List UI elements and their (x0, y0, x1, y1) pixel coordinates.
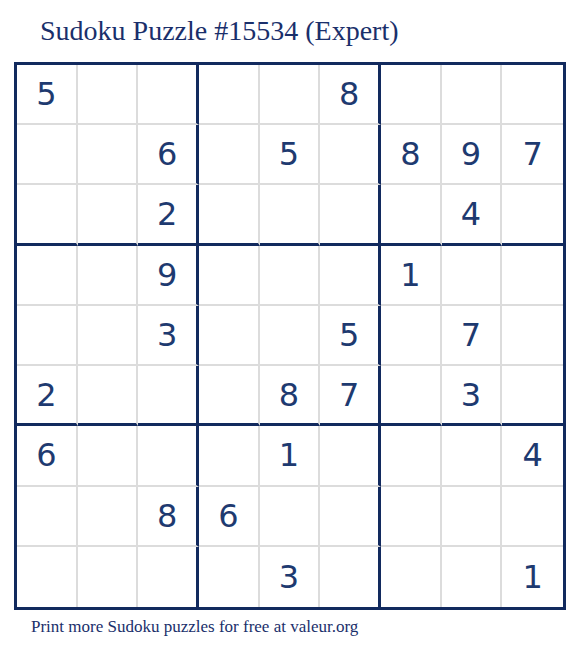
sudoku-cell-r3c8-given[interactable]: 4 (442, 185, 503, 245)
sudoku-cell-r8c9[interactable] (502, 487, 563, 547)
sudoku-cell-r3c6[interactable] (320, 185, 381, 245)
sudoku-cell-r4c5[interactable] (260, 246, 321, 306)
sudoku-cell-r9c1[interactable] (17, 547, 78, 607)
sudoku-cell-r2c4[interactable] (199, 125, 260, 185)
sudoku-cell-r3c3-given[interactable]: 2 (138, 185, 199, 245)
sudoku-board: 5865897249135728736148631 (14, 62, 566, 610)
sudoku-cell-r6c4[interactable] (199, 366, 260, 426)
sudoku-cell-r7c1-given[interactable]: 6 (17, 426, 78, 486)
sudoku-cell-r5c4[interactable] (199, 306, 260, 366)
sudoku-cell-r7c5-given[interactable]: 1 (260, 426, 321, 486)
sudoku-cell-r7c3[interactable] (138, 426, 199, 486)
sudoku-cell-r4c3-given[interactable]: 9 (138, 246, 199, 306)
sudoku-cell-r4c4[interactable] (199, 246, 260, 306)
sudoku-cell-r9c8[interactable] (442, 547, 503, 607)
sudoku-cell-r5c9[interactable] (502, 306, 563, 366)
sudoku-cell-r1c1-given[interactable]: 5 (17, 65, 78, 125)
sudoku-cell-r9c6[interactable] (320, 547, 381, 607)
sudoku-cell-r1c4[interactable] (199, 65, 260, 125)
sudoku-cell-r9c5-given[interactable]: 3 (260, 547, 321, 607)
sudoku-cell-r8c5[interactable] (260, 487, 321, 547)
sudoku-cell-r8c4-given[interactable]: 6 (199, 487, 260, 547)
sudoku-cell-r4c1[interactable] (17, 246, 78, 306)
sudoku-cell-r7c8[interactable] (442, 426, 503, 486)
sudoku-cell-r2c2[interactable] (78, 125, 139, 185)
sudoku-cell-r2c1[interactable] (17, 125, 78, 185)
sudoku-cell-r7c6[interactable] (320, 426, 381, 486)
sudoku-cell-r7c4[interactable] (199, 426, 260, 486)
sudoku-cell-r8c1[interactable] (17, 487, 78, 547)
sudoku-cell-r8c2[interactable] (78, 487, 139, 547)
sudoku-cell-r2c5-given[interactable]: 5 (260, 125, 321, 185)
sudoku-cell-r6c1-given[interactable]: 2 (17, 366, 78, 426)
sudoku-cell-r9c7[interactable] (381, 547, 442, 607)
sudoku-cell-r5c2[interactable] (78, 306, 139, 366)
sudoku-cell-r8c8[interactable] (442, 487, 503, 547)
sudoku-cell-r2c3-given[interactable]: 6 (138, 125, 199, 185)
sudoku-cell-r9c2[interactable] (78, 547, 139, 607)
sudoku-cell-r6c6-given[interactable]: 7 (320, 366, 381, 426)
sudoku-cell-r1c5[interactable] (260, 65, 321, 125)
sudoku-cell-r3c1[interactable] (17, 185, 78, 245)
sudoku-cell-r4c7-given[interactable]: 1 (381, 246, 442, 306)
sudoku-cell-r6c8-given[interactable]: 3 (442, 366, 503, 426)
sudoku-cell-r5c6-given[interactable]: 5 (320, 306, 381, 366)
sudoku-cell-r1c2[interactable] (78, 65, 139, 125)
sudoku-cell-r1c7[interactable] (381, 65, 442, 125)
sudoku-cell-r3c9[interactable] (502, 185, 563, 245)
sudoku-cell-r5c5[interactable] (260, 306, 321, 366)
sudoku-cell-r3c4[interactable] (199, 185, 260, 245)
sudoku-cell-r9c9-given[interactable]: 1 (502, 547, 563, 607)
sudoku-cell-r5c1[interactable] (17, 306, 78, 366)
sudoku-cell-r7c2[interactable] (78, 426, 139, 486)
sudoku-cell-r4c9[interactable] (502, 246, 563, 306)
sudoku-cell-r1c8[interactable] (442, 65, 503, 125)
sudoku-cell-r7c7[interactable] (381, 426, 442, 486)
sudoku-cell-r2c8-given[interactable]: 9 (442, 125, 503, 185)
sudoku-cell-r5c8-given[interactable]: 7 (442, 306, 503, 366)
sudoku-cell-r6c7[interactable] (381, 366, 442, 426)
sudoku-cell-r8c7[interactable] (381, 487, 442, 547)
sudoku-cell-r3c5[interactable] (260, 185, 321, 245)
sudoku-cell-r2c6[interactable] (320, 125, 381, 185)
sudoku-cell-r5c3-given[interactable]: 3 (138, 306, 199, 366)
sudoku-cell-r6c9[interactable] (502, 366, 563, 426)
sudoku-cell-r4c6[interactable] (320, 246, 381, 306)
sudoku-cell-r9c3[interactable] (138, 547, 199, 607)
footer-text: Print more Sudoku puzzles for free at va… (31, 617, 358, 637)
sudoku-cell-r1c3[interactable] (138, 65, 199, 125)
sudoku-cell-r8c6[interactable] (320, 487, 381, 547)
page-title: Sudoku Puzzle #15534 (Expert) (40, 14, 399, 48)
sudoku-cell-r5c7[interactable] (381, 306, 442, 366)
sudoku-cell-r6c3[interactable] (138, 366, 199, 426)
sudoku-cell-r3c7[interactable] (381, 185, 442, 245)
sudoku-cell-r6c5-given[interactable]: 8 (260, 366, 321, 426)
sudoku-cell-r1c6-given[interactable]: 8 (320, 65, 381, 125)
sudoku-cell-r1c9[interactable] (502, 65, 563, 125)
sudoku-cell-r2c9-given[interactable]: 7 (502, 125, 563, 185)
sudoku-cell-r4c2[interactable] (78, 246, 139, 306)
sudoku-cell-r6c2[interactable] (78, 366, 139, 426)
sudoku-cell-r4c8[interactable] (442, 246, 503, 306)
sudoku-cell-r7c9-given[interactable]: 4 (502, 426, 563, 486)
sudoku-cell-r9c4[interactable] (199, 547, 260, 607)
sudoku-cell-r3c2[interactable] (78, 185, 139, 245)
sudoku-cell-r8c3-given[interactable]: 8 (138, 487, 199, 547)
sudoku-cell-r2c7-given[interactable]: 8 (381, 125, 442, 185)
